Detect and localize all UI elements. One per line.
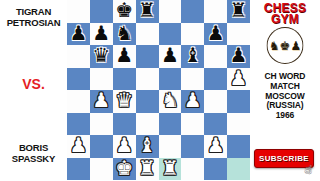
square-g8[interactable] — [204, 0, 227, 23]
square-d7[interactable] — [136, 23, 159, 46]
square-b3[interactable] — [90, 113, 113, 136]
event-info: CH WORD MATCH MOSCOW (RUSSIA) 1966 — [250, 72, 320, 121]
piece-white-pawn: ♟ — [230, 68, 248, 88]
square-f1[interactable] — [181, 158, 204, 181]
square-h7[interactable] — [227, 23, 250, 46]
piece-black-rook: ♜ — [230, 0, 248, 20]
square-f6[interactable]: ♝ — [181, 45, 204, 68]
event-line-5: 1966 — [250, 111, 320, 121]
channel-name: CHESS GYM — [250, 3, 320, 25]
square-b5[interactable] — [90, 68, 113, 91]
square-g5[interactable] — [204, 68, 227, 91]
piece-white-queen: ♛ — [115, 90, 133, 110]
piece-white-pawn: ♟ — [115, 135, 133, 155]
hand-cursor-icon: ☝ — [304, 163, 313, 175]
square-f8[interactable] — [181, 0, 204, 23]
square-d2[interactable]: ♝ — [136, 135, 159, 158]
square-f4[interactable]: ♟ — [181, 90, 204, 113]
logo-chess-pieces-icon: ♞♚♟ — [269, 39, 301, 53]
square-a7[interactable]: ♟ — [67, 23, 90, 46]
piece-black-knight: ♞ — [115, 23, 133, 43]
square-h4[interactable] — [227, 90, 250, 113]
square-c5[interactable] — [113, 68, 136, 91]
square-b2[interactable] — [90, 135, 113, 158]
vs-label: VS. — [0, 76, 67, 92]
square-c7[interactable]: ♞ — [113, 23, 136, 46]
square-c2[interactable]: ♟ — [113, 135, 136, 158]
square-g6[interactable] — [204, 45, 227, 68]
square-a3[interactable] — [67, 113, 90, 136]
square-a1[interactable] — [67, 158, 90, 181]
square-h8[interactable]: ♜ — [227, 0, 250, 23]
piece-black-bishop: ♝ — [184, 45, 202, 65]
square-e1[interactable]: ♜ — [159, 158, 182, 181]
thumbnail: TIGRAN PETROSIAN VS. BORIS SPASSKY ♚♜♜♟♟… — [0, 0, 320, 180]
square-d4[interactable] — [136, 90, 159, 113]
channel-panel: CHESS GYM ♞♚♟ CH WORD MATCH MOSCOW (RUSS… — [250, 0, 320, 180]
square-c3[interactable] — [113, 113, 136, 136]
square-e8[interactable] — [159, 0, 182, 23]
square-b6[interactable]: ♛ — [90, 45, 113, 68]
piece-black-rook: ♜ — [138, 0, 156, 20]
piece-white-rook: ♜ — [138, 158, 156, 178]
subscribe-label: SUBSCRIBE — [259, 154, 309, 163]
square-e7[interactable] — [159, 23, 182, 46]
square-f3[interactable] — [181, 113, 204, 136]
square-d8[interactable]: ♜ — [136, 0, 159, 23]
piece-white-pawn: ♟ — [92, 90, 110, 110]
square-g4[interactable] — [204, 90, 227, 113]
player-black-last-name: SPASSKY — [0, 154, 67, 165]
piece-white-knight: ♞ — [161, 90, 179, 110]
player-white-last-name: PETROSIAN — [0, 18, 67, 29]
square-g1[interactable] — [204, 158, 227, 181]
square-b8[interactable] — [90, 0, 113, 23]
piece-white-bishop: ♝ — [138, 135, 156, 155]
piece-white-pawn: ♟ — [69, 135, 87, 155]
channel-name-line2: GYM — [250, 14, 320, 25]
square-d5[interactable] — [136, 68, 159, 91]
square-g7[interactable]: ♟ — [204, 23, 227, 46]
square-h6[interactable]: ♟ — [227, 45, 250, 68]
piece-white-pawn: ♟ — [184, 90, 202, 110]
square-d6[interactable] — [136, 45, 159, 68]
square-a6[interactable] — [67, 45, 90, 68]
square-c4[interactable]: ♛ — [113, 90, 136, 113]
piece-black-pawn: ♟ — [92, 23, 110, 43]
chess-board: ♚♜♜♟♟♞♟♛♟♟♝♟♟♟♛♞♟♟♟♝♟♚♜♜ — [67, 0, 250, 180]
square-h1[interactable] — [227, 158, 250, 181]
square-c6[interactable]: ♟ — [113, 45, 136, 68]
square-e3[interactable] — [159, 113, 182, 136]
player-black-name: BORIS SPASSKY — [0, 143, 67, 164]
square-g3[interactable] — [204, 113, 227, 136]
player-white-first-name: TIGRAN — [0, 7, 67, 18]
square-b7[interactable]: ♟ — [90, 23, 113, 46]
square-g2[interactable]: ♟ — [204, 135, 227, 158]
square-a5[interactable] — [67, 68, 90, 91]
square-h3[interactable] — [227, 113, 250, 136]
player-white-name: TIGRAN PETROSIAN — [0, 7, 67, 28]
square-f2[interactable] — [181, 135, 204, 158]
piece-black-pawn: ♟ — [207, 23, 225, 43]
piece-black-pawn: ♟ — [230, 45, 248, 65]
piece-black-pawn: ♟ — [161, 45, 179, 65]
piece-white-rook: ♜ — [161, 158, 179, 178]
square-a4[interactable] — [67, 90, 90, 113]
piece-white-pawn: ♟ — [207, 135, 225, 155]
piece-white-king: ♚ — [115, 158, 133, 178]
piece-black-pawn: ♟ — [69, 23, 87, 43]
square-d1[interactable]: ♜ — [136, 158, 159, 181]
channel-logo: ♞♚♟ — [267, 27, 304, 64]
players-panel: TIGRAN PETROSIAN VS. BORIS SPASSKY — [0, 0, 67, 180]
player-black-first-name: BORIS — [0, 143, 67, 154]
piece-black-king: ♚ — [115, 0, 133, 20]
square-c8[interactable]: ♚ — [113, 0, 136, 23]
square-f7[interactable] — [181, 23, 204, 46]
square-e4[interactable]: ♞ — [159, 90, 182, 113]
square-b4[interactable]: ♟ — [90, 90, 113, 113]
square-e6[interactable]: ♟ — [159, 45, 182, 68]
square-d3[interactable] — [136, 113, 159, 136]
square-a8[interactable] — [67, 0, 90, 23]
square-h5[interactable]: ♟ — [227, 68, 250, 91]
square-e5[interactable] — [159, 68, 182, 91]
subscribe-button[interactable]: SUBSCRIBE ☝ — [254, 149, 314, 168]
square-f5[interactable] — [181, 68, 204, 91]
square-a2[interactable]: ♟ — [67, 135, 90, 158]
square-c1[interactable]: ♚ — [113, 158, 136, 181]
square-b1[interactable] — [90, 158, 113, 181]
piece-black-pawn: ♟ — [115, 45, 133, 65]
square-h2[interactable] — [227, 135, 250, 158]
piece-black-queen: ♛ — [92, 45, 110, 65]
square-e2[interactable] — [159, 135, 182, 158]
